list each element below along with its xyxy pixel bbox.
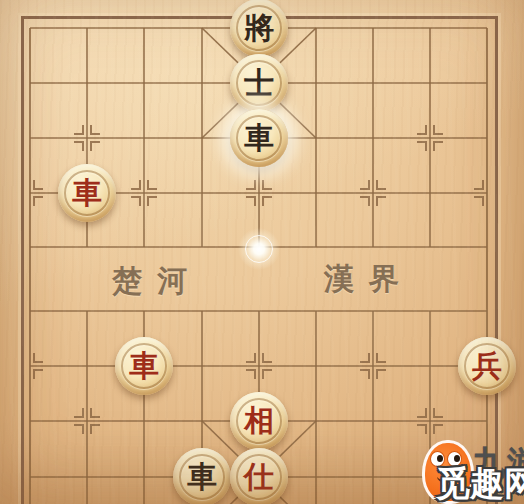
piece-character: 將 [244,13,274,43]
piece-character: 車 [187,462,217,492]
piece-character: 相 [244,406,274,436]
piece-red-chariot-a[interactable]: 車 [58,164,116,222]
piece-red-soldier[interactable]: 兵 [458,337,516,395]
piece-red-chariot-b[interactable]: 車 [115,337,173,395]
piece-red-elephant[interactable]: 相 [230,392,288,450]
move-target-indicator[interactable] [235,225,283,273]
xiangqi-board-screenshot: 楚河 漢界 將士車車車兵相車仕 九游 觅趣网 [0,0,524,504]
piece-character: 車 [244,123,274,153]
piece-black-general[interactable]: 將 [230,0,288,57]
piece-black-chariot-a[interactable]: 車 [230,109,288,167]
piece-character: 車 [72,178,102,208]
piece-character: 仕 [244,462,274,492]
piece-black-advisor[interactable]: 士 [230,54,288,112]
piece-character: 兵 [472,351,502,381]
river-label-right: 漢界 [324,259,414,300]
piece-character: 士 [244,68,274,98]
piece-red-advisor[interactable]: 仕 [230,448,288,504]
piece-black-chariot-b[interactable]: 車 [173,448,231,504]
river-label-left: 楚河 [112,261,202,302]
piece-character: 車 [129,351,159,381]
